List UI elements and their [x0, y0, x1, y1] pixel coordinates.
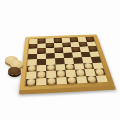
checker-light[interactable] [26, 78, 35, 85]
checker-light[interactable] [67, 76, 77, 83]
checkers-board [19, 34, 115, 90]
spare-checker-dark[interactable] [8, 67, 21, 75]
checkers-grid [26, 37, 108, 86]
product-photo-scene [0, 0, 120, 120]
checker-light[interactable] [95, 69, 105, 75]
checker-light[interactable] [47, 64, 56, 70]
checker-light[interactable] [56, 70, 65, 76]
checker-light[interactable] [37, 71, 46, 77]
square-a1[interactable] [26, 78, 37, 86]
square-h1[interactable] [96, 75, 108, 83]
square-b1[interactable] [36, 78, 46, 86]
checker-light[interactable] [47, 77, 56, 84]
square-c1[interactable] [46, 77, 56, 85]
checker-light[interactable] [65, 64, 74, 70]
checker-light[interactable] [27, 65, 36, 71]
